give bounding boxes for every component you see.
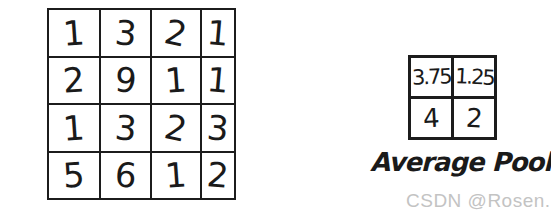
input-cell-r3c1: 6 xyxy=(101,153,150,199)
output-matrix-grid: 3.75 1.25 4 2 xyxy=(408,55,497,140)
output-cell-r1c1: 2 xyxy=(454,99,494,137)
figure-canvas: 1 3 2 1 2 9 1 1 1 3 2 3 5 6 1 2 3.75 1.2… xyxy=(0,0,551,215)
input-matrix-grid: 1 3 2 1 2 9 1 1 1 3 2 3 5 6 1 2 xyxy=(47,8,236,200)
input-value: 2 xyxy=(162,14,190,52)
input-cell-r0c3: 1 xyxy=(202,10,234,56)
input-value: 1 xyxy=(206,15,231,51)
average-pooling-label: Average Pooling xyxy=(370,147,550,177)
output-value: 2 xyxy=(465,104,483,131)
output-cell-r0c1: 1.25 xyxy=(454,58,494,96)
output-value: 3.75 xyxy=(411,66,450,88)
input-value: 5 xyxy=(62,158,86,193)
input-cell-r3c2: 1 xyxy=(152,153,200,199)
input-value: 2 xyxy=(62,63,86,98)
input-cell-r3c3: 2 xyxy=(202,153,234,199)
input-value: 9 xyxy=(113,62,138,98)
input-cell-r0c0: 1 xyxy=(49,10,99,56)
input-cell-r0c1: 3 xyxy=(101,10,150,56)
input-value: 1 xyxy=(206,62,231,98)
input-value: 1 xyxy=(164,158,188,193)
input-cell-r1c0: 2 xyxy=(49,58,99,104)
input-cell-r1c3: 1 xyxy=(202,58,234,104)
input-value: 2 xyxy=(206,157,231,193)
input-value: 1 xyxy=(164,63,188,98)
input-value: 2 xyxy=(162,109,190,147)
input-cell-r1c2: 1 xyxy=(152,58,200,104)
output-cell-r1c0: 4 xyxy=(411,99,451,137)
input-value: 3 xyxy=(113,110,138,146)
output-value: 4 xyxy=(422,105,440,132)
input-cell-r2c3: 3 xyxy=(202,105,234,151)
input-value: 3 xyxy=(113,15,138,51)
input-cell-r3c0: 5 xyxy=(49,153,99,199)
input-cell-r0c2: 2 xyxy=(152,10,200,56)
output-value: 1.25 xyxy=(454,65,494,88)
input-cell-r2c0: 1 xyxy=(49,105,99,151)
input-cell-r2c2: 2 xyxy=(152,105,200,151)
csdn-watermark: CSDN @Rosen. xyxy=(406,190,551,212)
input-cell-r1c1: 9 xyxy=(101,58,150,104)
input-value: 1 xyxy=(62,110,86,145)
input-cell-r2c1: 3 xyxy=(101,105,150,151)
input-value: 1 xyxy=(62,15,86,50)
input-value: 3 xyxy=(206,110,231,146)
input-value: 6 xyxy=(113,157,138,193)
output-cell-r0c0: 3.75 xyxy=(411,58,451,96)
